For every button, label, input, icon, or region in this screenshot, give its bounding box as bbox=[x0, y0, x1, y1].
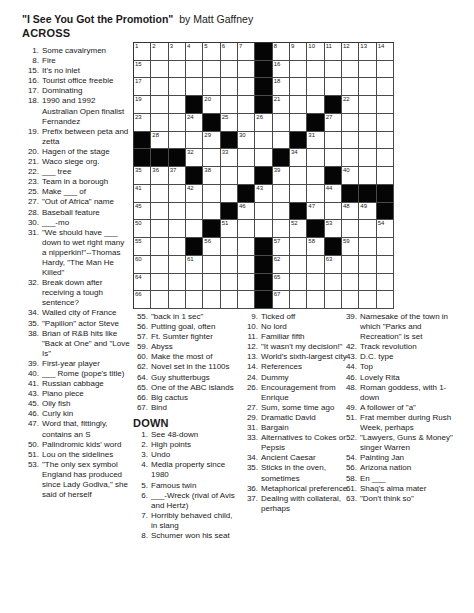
black-cell bbox=[134, 149, 151, 167]
grid-cell[interactable] bbox=[359, 149, 376, 167]
grid-cell[interactable]: 40 bbox=[342, 167, 359, 185]
grid-cell[interactable]: 41 bbox=[134, 185, 151, 203]
grid-cell[interactable]: 15 bbox=[134, 61, 151, 79]
grid-cell[interactable]: 53 bbox=[325, 220, 342, 238]
clue-text: Horribly behaved child, in slang bbox=[151, 511, 237, 531]
cell-number: 4 bbox=[187, 43, 190, 50]
grid-cell[interactable] bbox=[359, 238, 376, 256]
clue-number: 28. bbox=[24, 208, 42, 218]
grid-cell[interactable] bbox=[359, 132, 376, 150]
grid-cell[interactable]: 39 bbox=[273, 167, 290, 185]
grid-cell[interactable] bbox=[290, 185, 307, 203]
cell-number: 45 bbox=[135, 203, 142, 210]
grid-cell[interactable] bbox=[186, 291, 203, 309]
clue-text: Russian cabbage bbox=[42, 379, 130, 389]
cell-number: 34 bbox=[291, 149, 298, 156]
clue-item: 28.Baseball feature bbox=[24, 208, 130, 218]
grid-cell[interactable]: 33 bbox=[221, 149, 238, 167]
grid-cell[interactable]: 22 bbox=[342, 96, 359, 114]
grid-cell[interactable]: 37 bbox=[169, 167, 186, 185]
grid-cell[interactable]: 6 bbox=[221, 43, 238, 61]
grid-cell[interactable] bbox=[307, 78, 324, 96]
grid-cell[interactable] bbox=[169, 132, 186, 150]
grid-cell[interactable]: 4 bbox=[186, 43, 203, 61]
grid-cell[interactable] bbox=[238, 114, 255, 132]
grid-cell[interactable]: 36 bbox=[151, 167, 168, 185]
grid-cell[interactable] bbox=[203, 256, 220, 274]
grid-cell[interactable] bbox=[307, 291, 324, 309]
grid-cell[interactable] bbox=[203, 61, 220, 79]
grid-cell[interactable] bbox=[342, 61, 359, 79]
grid-cell[interactable] bbox=[203, 203, 220, 221]
clue-item: 35.Sticks in the oven, sometimes bbox=[243, 463, 348, 483]
clue-item: 43.D.C. type bbox=[342, 352, 460, 362]
grid-cell[interactable] bbox=[342, 78, 359, 96]
grid-cell[interactable] bbox=[169, 114, 186, 132]
clue-item: 27.Sum, some time ago bbox=[243, 403, 348, 413]
grid-cell[interactable] bbox=[255, 132, 272, 150]
clue-item: 50.Palindromic kids' word bbox=[24, 440, 130, 450]
clue-item: 33.Alternatives to Cokes or Pepsis bbox=[243, 433, 348, 453]
grid-cell[interactable] bbox=[273, 185, 290, 203]
grid-cell[interactable] bbox=[377, 78, 394, 96]
grid-cell[interactable]: 61 bbox=[186, 256, 203, 274]
grid-cell[interactable] bbox=[221, 96, 238, 114]
grid-cell[interactable] bbox=[359, 96, 376, 114]
grid-cell[interactable] bbox=[169, 185, 186, 203]
grid-cell[interactable]: 60 bbox=[134, 256, 151, 274]
clue-text: Shaq's alma mater bbox=[360, 484, 460, 494]
grid-cell[interactable] bbox=[342, 149, 359, 167]
cell-number: 28 bbox=[152, 132, 159, 139]
cell-number: 59 bbox=[343, 238, 350, 245]
grid-cell[interactable] bbox=[290, 274, 307, 292]
grid-cell[interactable] bbox=[203, 274, 220, 292]
black-cell bbox=[255, 291, 272, 309]
clue-item: 41.Russian cabbage bbox=[24, 379, 130, 389]
grid-cell[interactable]: 21 bbox=[273, 96, 290, 114]
grid-cell[interactable] bbox=[151, 185, 168, 203]
grid-cell[interactable]: 46 bbox=[238, 203, 255, 221]
clue-number: 66. bbox=[133, 393, 151, 403]
grid-cell[interactable] bbox=[203, 78, 220, 96]
grid-cell[interactable] bbox=[377, 256, 394, 274]
grid-cell[interactable] bbox=[238, 96, 255, 114]
grid-cell[interactable] bbox=[290, 78, 307, 96]
black-cell bbox=[255, 167, 272, 185]
grid-cell[interactable] bbox=[238, 291, 255, 309]
grid-cell[interactable] bbox=[359, 114, 376, 132]
grid-cell[interactable] bbox=[221, 167, 238, 185]
black-cell bbox=[273, 149, 290, 167]
clue-text: ___ Rome (pope's title) bbox=[42, 369, 130, 379]
grid-cell[interactable] bbox=[290, 238, 307, 256]
grid-cell[interactable] bbox=[169, 220, 186, 238]
clue-item: 25.Make ___ of bbox=[24, 187, 130, 197]
grid-cell[interactable]: 8 bbox=[273, 43, 290, 61]
clue-text: Familiar fifth bbox=[261, 332, 348, 342]
clue-item: 42.Track revolution bbox=[342, 342, 460, 352]
grid-cell[interactable] bbox=[290, 256, 307, 274]
clue-item: 4.Media property since 1980 bbox=[133, 460, 237, 480]
grid-cell[interactable]: 62 bbox=[273, 256, 290, 274]
clue-item: 35."Papillon" actor Steve bbox=[24, 319, 130, 329]
grid-cell[interactable]: 56 bbox=[203, 238, 220, 256]
grid-cell[interactable] bbox=[307, 167, 324, 185]
grid-cell[interactable] bbox=[342, 220, 359, 238]
grid-cell[interactable]: 7 bbox=[238, 43, 255, 61]
grid-cell[interactable] bbox=[273, 203, 290, 221]
clue-text: Lovely Rita bbox=[360, 373, 460, 383]
cell-number: 37 bbox=[170, 167, 177, 174]
clue-item: 36.Metaphorical preference bbox=[243, 484, 348, 494]
clue-number: 47. bbox=[24, 419, 42, 439]
clue-item: 51.Lou on the sidelines bbox=[24, 450, 130, 460]
grid-cell[interactable] bbox=[238, 78, 255, 96]
clue-text: Dominating bbox=[42, 86, 130, 96]
grid-cell[interactable] bbox=[359, 78, 376, 96]
grid-cell[interactable] bbox=[377, 149, 394, 167]
grid-cell[interactable]: 30 bbox=[238, 132, 255, 150]
grid-cell[interactable]: 25 bbox=[221, 114, 238, 132]
grid-cell[interactable] bbox=[221, 185, 238, 203]
grid-cell[interactable] bbox=[238, 238, 255, 256]
clue-item: 5.Famous twin bbox=[133, 481, 237, 491]
grid-cell[interactable]: 48 bbox=[342, 203, 359, 221]
grid-cell[interactable] bbox=[221, 256, 238, 274]
grid-cell[interactable] bbox=[273, 220, 290, 238]
cell-number: 8 bbox=[274, 43, 277, 50]
grid-cell[interactable] bbox=[325, 203, 342, 221]
grid-cell[interactable] bbox=[342, 274, 359, 292]
grid-cell[interactable] bbox=[307, 256, 324, 274]
clue-item: 44.Top bbox=[342, 362, 460, 372]
clue-number: 6. bbox=[133, 491, 151, 511]
clue-text: See 48-down bbox=[151, 430, 237, 440]
clue-item: 51.Frat member during Rush Week, perhaps bbox=[342, 413, 460, 433]
clue-text: Lou on the sidelines bbox=[42, 450, 130, 460]
clue-item: 52."Lawyers, Guns & Money" singer Warren bbox=[342, 433, 460, 453]
grid-cell[interactable]: 13 bbox=[359, 43, 376, 61]
grid-cell[interactable] bbox=[377, 61, 394, 79]
grid-cell[interactable] bbox=[238, 256, 255, 274]
grid-cell[interactable]: 20 bbox=[203, 96, 220, 114]
clue-text: Some cavalrymen bbox=[42, 46, 130, 56]
clue-number: 48. bbox=[342, 383, 360, 403]
grid-cell[interactable] bbox=[290, 114, 307, 132]
clue-number: 21. bbox=[24, 157, 42, 167]
clue-text: World's sixth-largest city bbox=[261, 352, 348, 362]
grid-cell[interactable]: 17 bbox=[134, 78, 151, 96]
grid-cell[interactable] bbox=[377, 167, 394, 185]
clue-item: 59.Abyss bbox=[133, 342, 237, 352]
grid-cell[interactable]: 65 bbox=[273, 274, 290, 292]
grid-cell[interactable]: 31 bbox=[307, 132, 324, 150]
clue-number: 40. bbox=[24, 369, 42, 379]
grid-cell[interactable]: 43 bbox=[255, 185, 272, 203]
grid-cell[interactable]: 55 bbox=[134, 238, 151, 256]
cell-number: 47 bbox=[308, 203, 315, 210]
grid-cell[interactable] bbox=[186, 61, 203, 79]
grid-cell[interactable] bbox=[255, 220, 272, 238]
grid-cell[interactable]: 10 bbox=[307, 43, 324, 61]
grid-cell[interactable] bbox=[221, 61, 238, 79]
grid-cell[interactable] bbox=[325, 291, 342, 309]
clue-number: 53. bbox=[24, 460, 42, 500]
grid-cell[interactable]: 3 bbox=[169, 43, 186, 61]
clue-number: 13. bbox=[243, 352, 261, 362]
grid-cell[interactable] bbox=[273, 114, 290, 132]
clue-number: 43. bbox=[24, 389, 42, 399]
black-cell bbox=[307, 220, 324, 238]
grid-cell[interactable] bbox=[169, 203, 186, 221]
grid-cell[interactable]: 57 bbox=[273, 238, 290, 256]
clue-item: 43.Piano piece bbox=[24, 389, 130, 399]
grid-cell[interactable] bbox=[377, 96, 394, 114]
black-cell bbox=[221, 132, 238, 150]
clue-number: 9. bbox=[243, 312, 261, 322]
clue-text: Prefix between peta and zetta bbox=[42, 127, 130, 147]
grid-cell[interactable] bbox=[203, 185, 220, 203]
clue-number: 65. bbox=[133, 383, 151, 393]
grid-cell[interactable] bbox=[359, 291, 376, 309]
grid-cell[interactable]: 34 bbox=[290, 149, 307, 167]
grid-cell[interactable]: 45 bbox=[134, 203, 151, 221]
grid-cell[interactable] bbox=[186, 203, 203, 221]
cell-number: 48 bbox=[343, 203, 350, 210]
grid-cell[interactable]: 47 bbox=[307, 203, 324, 221]
grid-cell[interactable]: 11 bbox=[325, 43, 342, 61]
grid-cell[interactable] bbox=[377, 114, 394, 132]
clue-text: Undo bbox=[151, 450, 237, 460]
clue-number: 54. bbox=[342, 453, 360, 463]
clue-number: 58. bbox=[342, 474, 360, 484]
grid-cell[interactable] bbox=[359, 220, 376, 238]
black-cell bbox=[255, 43, 272, 61]
grid-cell[interactable]: 18 bbox=[273, 78, 290, 96]
grid-cell[interactable]: 28 bbox=[151, 132, 168, 150]
grid-cell[interactable] bbox=[238, 61, 255, 79]
grid-cell[interactable] bbox=[325, 78, 342, 96]
clue-number: 17. bbox=[24, 86, 42, 96]
grid-cell[interactable]: 26 bbox=[255, 114, 272, 132]
grid-cell[interactable] bbox=[186, 78, 203, 96]
clue-item: 56.Arizona nation bbox=[342, 463, 460, 473]
grid-cell[interactable] bbox=[151, 61, 168, 79]
clue-item: 46.Lovely Rita bbox=[342, 373, 460, 383]
clue-number: 27. bbox=[243, 403, 261, 413]
grid-cell[interactable]: 63 bbox=[325, 256, 342, 274]
grid-cell[interactable] bbox=[255, 203, 272, 221]
grid-cell[interactable]: 35 bbox=[134, 167, 151, 185]
grid-cell[interactable] bbox=[221, 291, 238, 309]
grid-cell[interactable] bbox=[169, 291, 186, 309]
grid-cell[interactable] bbox=[290, 291, 307, 309]
grid-cell[interactable] bbox=[342, 256, 359, 274]
grid-cell[interactable] bbox=[325, 132, 342, 150]
clue-number: 4. bbox=[133, 460, 151, 480]
grid-cell[interactable] bbox=[377, 238, 394, 256]
grid-cell[interactable] bbox=[307, 61, 324, 79]
grid-cell[interactable]: 2 bbox=[151, 43, 168, 61]
grid-cell[interactable] bbox=[169, 256, 186, 274]
grid-cell[interactable]: 9 bbox=[290, 43, 307, 61]
grid-cell[interactable] bbox=[307, 185, 324, 203]
grid-cell[interactable] bbox=[273, 132, 290, 150]
grid-cell[interactable]: 42 bbox=[186, 185, 203, 203]
grid-cell[interactable]: 32 bbox=[186, 149, 203, 167]
grid-cell[interactable]: 5 bbox=[203, 43, 220, 61]
clue-item: 13.World's sixth-largest city bbox=[243, 352, 348, 362]
clue-number: 25. bbox=[24, 187, 42, 197]
grid-cell[interactable]: 67 bbox=[273, 291, 290, 309]
black-cell bbox=[359, 185, 376, 203]
clue-text: Guy shutterbugs bbox=[151, 373, 237, 383]
clues-column-middle: 55."back in 1 sec"56.Putting goal, often… bbox=[133, 312, 237, 541]
grid-cell[interactable] bbox=[169, 61, 186, 79]
grid-cell[interactable]: 64 bbox=[134, 274, 151, 292]
grid-cell[interactable] bbox=[169, 238, 186, 256]
clue-item: 19.Prefix between peta and zetta bbox=[24, 127, 130, 147]
grid-cell[interactable]: 27 bbox=[325, 114, 342, 132]
grid-cell[interactable] bbox=[238, 220, 255, 238]
clue-item: 34.Walled city of France bbox=[24, 308, 130, 318]
grid-cell[interactable] bbox=[290, 167, 307, 185]
clue-text: Hagen of the stage bbox=[42, 147, 130, 157]
cell-number: 66 bbox=[135, 291, 142, 298]
cell-number: 41 bbox=[135, 185, 142, 192]
clue-number: 33. bbox=[243, 433, 261, 453]
cell-number: 64 bbox=[135, 274, 142, 281]
grid-cell[interactable] bbox=[342, 132, 359, 150]
grid-cell[interactable]: 52 bbox=[290, 220, 307, 238]
grid-cell[interactable] bbox=[221, 274, 238, 292]
clue-number: 55. bbox=[133, 312, 151, 322]
cell-number: 39 bbox=[274, 167, 281, 174]
grid-cell[interactable] bbox=[203, 149, 220, 167]
grid-cell[interactable] bbox=[359, 274, 376, 292]
grid-cell[interactable]: 16 bbox=[273, 61, 290, 79]
grid-cell[interactable] bbox=[359, 256, 376, 274]
cell-number: 3 bbox=[170, 43, 173, 50]
grid-cell[interactable] bbox=[151, 256, 168, 274]
clue-text: ___-Wreck (rival of Avis and Hertz) bbox=[151, 491, 237, 511]
clue-text: Bargain bbox=[261, 423, 348, 433]
grid-cell[interactable]: 29 bbox=[203, 132, 220, 150]
clue-text: It's no inlet bbox=[42, 66, 130, 76]
grid-cell[interactable]: 51 bbox=[221, 220, 238, 238]
grid-cell[interactable] bbox=[151, 274, 168, 292]
clue-number: 32. bbox=[24, 278, 42, 308]
grid-cell[interactable] bbox=[186, 220, 203, 238]
grid-cell[interactable] bbox=[151, 238, 168, 256]
grid-cell[interactable] bbox=[169, 96, 186, 114]
cell-number: 6 bbox=[222, 43, 225, 50]
grid-cell[interactable]: 54 bbox=[377, 220, 394, 238]
grid-cell[interactable] bbox=[342, 291, 359, 309]
grid-cell[interactable] bbox=[151, 78, 168, 96]
grid-cell[interactable] bbox=[290, 96, 307, 114]
grid-cell[interactable]: 23 bbox=[134, 114, 151, 132]
grid-cell[interactable]: 49 bbox=[359, 203, 376, 221]
clue-text: ___-mo bbox=[42, 218, 130, 228]
clue-number: 31. bbox=[243, 423, 261, 433]
clue-item: 6.___-Wreck (rival of Avis and Hertz) bbox=[133, 491, 237, 511]
grid-cell[interactable] bbox=[307, 274, 324, 292]
grid-cell[interactable] bbox=[169, 78, 186, 96]
clue-number: 15. bbox=[24, 66, 42, 76]
grid-cell[interactable]: 19 bbox=[134, 96, 151, 114]
clue-text: Ticked off bbox=[261, 312, 348, 322]
grid-cell[interactable] bbox=[307, 96, 324, 114]
grid-cell[interactable] bbox=[186, 274, 203, 292]
grid-cell[interactable] bbox=[238, 149, 255, 167]
grid-cell[interactable] bbox=[342, 114, 359, 132]
clue-number: 43. bbox=[342, 352, 360, 362]
black-cell bbox=[255, 256, 272, 274]
grid-cell[interactable]: 58 bbox=[307, 238, 324, 256]
grid-cell[interactable] bbox=[151, 291, 168, 309]
grid-cell[interactable]: 14 bbox=[377, 43, 394, 61]
grid-cell[interactable]: 50 bbox=[134, 220, 151, 238]
grid-cell[interactable] bbox=[377, 132, 394, 150]
cell-number: 9 bbox=[291, 43, 294, 50]
grid-cell[interactable] bbox=[359, 167, 376, 185]
grid-cell[interactable]: 24 bbox=[186, 114, 203, 132]
grid-cell[interactable] bbox=[325, 149, 342, 167]
grid-cell[interactable] bbox=[203, 291, 220, 309]
grid-cell[interactable] bbox=[238, 167, 255, 185]
grid-cell[interactable] bbox=[238, 274, 255, 292]
clue-item: 38.Brian of R&B hits like "Back at One" … bbox=[24, 329, 130, 359]
clue-item: 10.No lord bbox=[243, 322, 348, 332]
grid-cell[interactable] bbox=[359, 61, 376, 79]
grid-cell[interactable] bbox=[151, 114, 168, 132]
grid-cell[interactable] bbox=[377, 291, 394, 309]
grid-cell[interactable]: 59 bbox=[342, 238, 359, 256]
grid-cell[interactable] bbox=[151, 203, 168, 221]
clue-number: 1. bbox=[24, 46, 42, 56]
black-cell bbox=[325, 238, 342, 256]
grid-cell[interactable]: 44 bbox=[325, 185, 342, 203]
cell-number: 60 bbox=[135, 256, 142, 263]
clue-text: "The only sex symbol England has produce… bbox=[42, 460, 130, 500]
grid-cell[interactable] bbox=[307, 149, 324, 167]
black-cell bbox=[186, 238, 203, 256]
grid-cell[interactable] bbox=[151, 220, 168, 238]
grid-cell[interactable] bbox=[290, 61, 307, 79]
grid-cell[interactable] bbox=[221, 78, 238, 96]
grid-cell[interactable]: 1 bbox=[134, 43, 151, 61]
clue-item: 45.Oily fish bbox=[24, 399, 130, 409]
grid-cell[interactable] bbox=[255, 149, 272, 167]
grid-cell[interactable] bbox=[186, 132, 203, 150]
cell-number: 16 bbox=[274, 61, 281, 68]
black-cell bbox=[203, 114, 220, 132]
black-cell bbox=[307, 114, 324, 132]
grid-cell[interactable] bbox=[151, 96, 168, 114]
grid-cell[interactable] bbox=[221, 238, 238, 256]
grid-cell[interactable]: 38 bbox=[203, 167, 220, 185]
grid-cell[interactable] bbox=[169, 274, 186, 292]
grid-cell[interactable] bbox=[325, 274, 342, 292]
grid-cell[interactable]: 66 bbox=[134, 291, 151, 309]
grid-cell[interactable] bbox=[325, 61, 342, 79]
clue-text: Painting Jan bbox=[360, 453, 460, 463]
grid-cell[interactable]: 12 bbox=[342, 43, 359, 61]
black-cell bbox=[342, 185, 359, 203]
grid-cell[interactable] bbox=[377, 274, 394, 292]
